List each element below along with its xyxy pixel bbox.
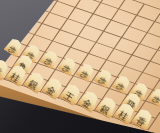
piece-pawn-47[interactable]: 歩 [93, 67, 114, 89]
piece-pawn-67[interactable]: 歩 [57, 55, 78, 77]
piece-pawn-17[interactable]: 歩 [147, 86, 160, 108]
shogi-photo-frame: 歩歩歩歩歩歩歩歩歩角飛香桂銀金王金銀桂香 [0, 0, 160, 133]
piece-pawn-97[interactable]: 歩 [3, 36, 24, 58]
piece-layer: 歩歩歩歩歩歩歩歩歩角飛香桂銀金王金銀桂香 [0, 0, 160, 133]
piece-pawn-57[interactable]: 歩 [75, 61, 96, 83]
piece-pawn-77[interactable]: 歩 [39, 48, 60, 70]
piece-pawn-37[interactable]: 歩 [111, 73, 132, 95]
